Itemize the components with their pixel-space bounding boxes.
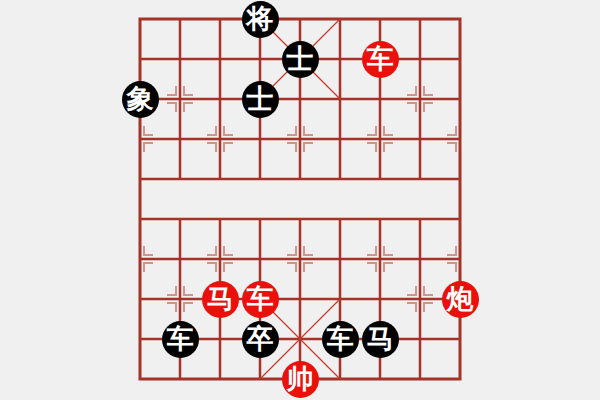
- pieces-layer: 将士车象士马车炮车卒车马帅: [0, 0, 600, 400]
- black-soldier[interactable]: 卒: [242, 321, 279, 358]
- black-chariot[interactable]: 车: [162, 321, 199, 358]
- black-chariot[interactable]: 车: [322, 321, 359, 358]
- red-cannon[interactable]: 炮: [442, 281, 479, 318]
- black-advisor[interactable]: 士: [282, 41, 319, 78]
- black-general[interactable]: 将: [242, 1, 279, 38]
- red-chariot[interactable]: 车: [242, 281, 279, 318]
- black-advisor[interactable]: 士: [242, 81, 279, 118]
- xiangqi-board: 将士车象士马车炮车卒车马帅: [0, 0, 600, 400]
- red-horse[interactable]: 马: [202, 281, 239, 318]
- black-horse[interactable]: 马: [362, 321, 399, 358]
- black-elephant[interactable]: 象: [122, 81, 159, 118]
- red-chariot[interactable]: 车: [362, 41, 399, 78]
- red-general[interactable]: 帅: [282, 361, 319, 398]
